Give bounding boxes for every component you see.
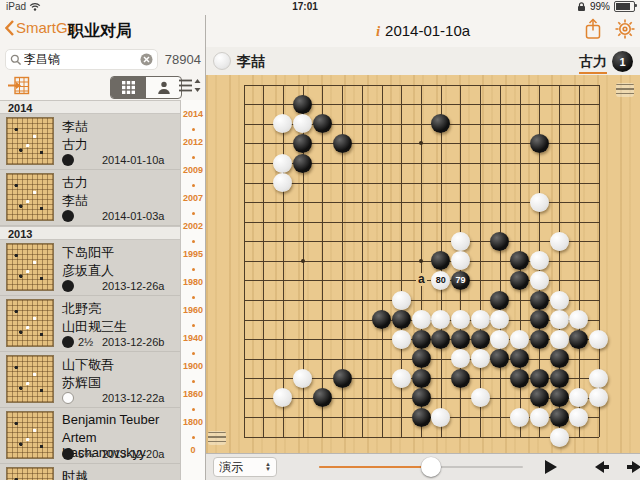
game-title: i 2014-01-10a <box>376 22 470 40</box>
playback-toolbar: 演示 ▲▼ <box>206 453 640 480</box>
back-label: SmartGo <box>16 19 76 36</box>
black-stone <box>412 349 431 368</box>
result-score: 2½ <box>78 336 102 348</box>
black-stone <box>333 134 352 153</box>
year-rail-label[interactable]: 1900 <box>183 360 203 374</box>
goto-board-icon[interactable] <box>8 76 30 95</box>
year-rail-dot <box>192 122 195 136</box>
year-rail-label[interactable]: 1995 <box>183 248 203 262</box>
white-stone <box>431 408 450 427</box>
wifi-icon <box>29 2 41 11</box>
white-stone <box>273 388 292 407</box>
white-stone <box>451 232 470 251</box>
black-stone <box>490 349 509 368</box>
year-rail-label[interactable]: 2012 <box>183 136 203 150</box>
black-stone <box>313 388 332 407</box>
board-label-a: a <box>416 273 427 286</box>
device-label: iPad <box>6 1 26 12</box>
white-stone <box>273 114 292 133</box>
sidebar-nav: SmartGo 职业对局 <box>0 15 205 47</box>
result-dot-black <box>62 336 74 348</box>
black-stone <box>530 134 549 153</box>
white-stone <box>569 408 588 427</box>
white-stone <box>451 251 470 270</box>
year-rail-label[interactable]: 2014 <box>183 108 203 122</box>
result-line: 2013-12-26a <box>62 280 164 292</box>
result-line: 2013-12-22a <box>62 392 164 404</box>
white-stone <box>412 310 431 329</box>
result-line: 5¾2013-12-20a <box>62 448 164 460</box>
main-nav: i 2014-01-10a <box>206 15 640 47</box>
game-thumbnail <box>6 117 54 165</box>
player1-name: 下岛阳平 <box>62 244 114 262</box>
white-stone <box>293 369 312 388</box>
play-button[interactable] <box>545 460 557 474</box>
game-list-item[interactable]: 北野亮山田规三生2½2013-12-26b <box>0 296 180 352</box>
player2-name: 李喆 <box>62 192 88 210</box>
year-rail-label[interactable]: 1960 <box>183 304 203 318</box>
gear-icon[interactable] <box>614 18 636 40</box>
white-stone <box>589 330 608 349</box>
result-dot-black <box>62 448 74 460</box>
game-list-item[interactable]: 时越李钦诚 <box>0 464 180 480</box>
clear-search-icon[interactable] <box>140 53 153 66</box>
white-stone <box>471 349 490 368</box>
black-stone <box>530 388 549 407</box>
sidebar-title: 职业对局 <box>68 21 132 42</box>
white-stone <box>550 330 569 349</box>
game-list: 2014李喆古力2014-01-10a古力李喆2014-01-03a2013下岛… <box>0 100 180 480</box>
white-stone <box>530 193 549 212</box>
result-count: 78904 <box>165 52 201 67</box>
year-rail-dot <box>192 234 195 248</box>
game-date: 2014-01-10a <box>102 154 164 166</box>
black-stone <box>412 388 431 407</box>
white-stone <box>392 369 411 388</box>
year-rail-dot <box>192 402 195 416</box>
result-dot-black <box>62 280 74 292</box>
year-rail-dot <box>192 150 195 164</box>
grid-line-horizontal <box>244 241 599 242</box>
share-icon[interactable] <box>584 18 602 40</box>
black-stone <box>451 369 470 388</box>
player2-name: 山田规三生 <box>62 318 127 336</box>
player2-name: 古力 <box>62 136 88 154</box>
black-stone <box>333 369 352 388</box>
white-stone <box>431 310 450 329</box>
game-list-item[interactable]: 李喆古力2014-01-10a <box>0 114 180 170</box>
black-stone <box>412 369 431 388</box>
year-rail-label[interactable]: 2009 <box>183 164 203 178</box>
white-stone <box>471 310 490 329</box>
game-list-area: 2014李喆古力2014-01-10a古力李喆2014-01-03a2013下岛… <box>0 100 205 480</box>
white-stone <box>589 388 608 407</box>
year-rail-dot <box>192 346 195 360</box>
white-stone <box>530 408 549 427</box>
white-stone <box>451 349 470 368</box>
game-thumbnail <box>6 299 54 347</box>
board-corner-grip-bottom[interactable] <box>208 431 226 445</box>
game-date: 2013-12-20a <box>102 448 164 460</box>
black-stone-move-79: 79 <box>451 271 470 290</box>
black-stone <box>530 330 549 349</box>
game-list-item[interactable]: 山下敬吾苏辉国2013-12-22a <box>0 352 180 408</box>
step-back-button[interactable] <box>595 461 609 473</box>
white-stone <box>293 114 312 133</box>
result-line: 2014-01-03a <box>62 210 164 222</box>
grid-icon <box>122 81 135 94</box>
game-list-item[interactable]: 下岛阳平彦坂直人2013-12-26a <box>0 240 180 296</box>
goban[interactable]: 8079a <box>206 75 640 453</box>
white-stone-icon <box>213 52 231 70</box>
grid-line-horizontal <box>244 183 599 184</box>
battery-icon <box>614 1 635 12</box>
game-date: 2013-12-26a <box>102 280 164 292</box>
black-stone <box>530 310 549 329</box>
game-date: 2014-01-03a <box>102 210 164 222</box>
black-stone <box>530 291 549 310</box>
player-bar: 李喆 古力 1 <box>206 47 640 75</box>
search-input[interactable] <box>22 52 140 68</box>
star-point <box>419 141 423 145</box>
player1-name: 北野亮 <box>62 300 101 318</box>
white-stone <box>451 310 470 329</box>
star-point <box>419 259 423 263</box>
black-stone <box>550 388 569 407</box>
black-stone <box>569 330 588 349</box>
white-stone <box>569 310 588 329</box>
player2-name: 苏辉国 <box>62 374 101 392</box>
year-rail-dot <box>192 262 195 276</box>
black-stone <box>510 369 529 388</box>
black-stone <box>293 134 312 153</box>
info-icon[interactable]: i <box>376 23 380 40</box>
section-header: 2013 <box>0 226 180 240</box>
black-stone <box>412 408 431 427</box>
board-corner-grip-top[interactable] <box>616 83 634 97</box>
search-row: 78904 <box>0 47 205 75</box>
result-dot-black <box>62 210 74 222</box>
white-stone <box>530 251 549 270</box>
year-rail-dot <box>192 206 195 220</box>
white-stone-move-80: 80 <box>431 271 450 290</box>
game-list-item[interactable]: Benjamin TeuberArtem Kachanovskyy5¾2013-… <box>0 408 180 464</box>
mode-label: 演示 <box>219 459 243 476</box>
grid-line-horizontal <box>244 85 599 86</box>
year-rail-label[interactable]: 1940 <box>183 332 203 346</box>
smartgo-app: iPad 17:01 99% <box>0 0 640 480</box>
result-dot-black <box>62 154 74 166</box>
player1-name: Benjamin Teuber <box>62 412 159 427</box>
clock: 17:01 <box>292 1 318 12</box>
black-stone <box>293 154 312 173</box>
black-stone <box>550 369 569 388</box>
black-stone <box>431 330 450 349</box>
year-rail-dot <box>192 374 195 388</box>
result-dot-white <box>62 392 74 404</box>
step-forward-button[interactable] <box>627 461 640 473</box>
black-stone <box>392 310 411 329</box>
back-button[interactable]: SmartGo <box>5 19 76 36</box>
player2-name: 彦坂直人 <box>62 262 114 280</box>
black-stone <box>372 310 391 329</box>
black-stone <box>431 251 450 270</box>
game-thumbnail <box>6 411 54 459</box>
sort-icon[interactable] <box>179 78 201 93</box>
rotation-lock-icon <box>577 2 586 12</box>
year-rail-label[interactable]: 0 <box>190 444 195 458</box>
year-rail-label[interactable]: 1800 <box>183 416 203 430</box>
player1-name: 山下敬吾 <box>62 356 114 374</box>
status-bar: iPad 17:01 99% <box>0 0 640 15</box>
grid-line-horizontal <box>244 222 599 223</box>
player1-name: 古力 <box>62 174 88 192</box>
black-stone <box>412 330 431 349</box>
year-rail-dot <box>192 290 195 304</box>
white-stone <box>550 310 569 329</box>
game-thumbnail <box>6 243 54 291</box>
game-title-text: 2014-01-10a <box>385 22 470 39</box>
year-rail-label[interactable]: 2007 <box>183 192 203 206</box>
search-field[interactable] <box>5 49 158 70</box>
game-thumbnail <box>6 173 54 221</box>
black-stone <box>490 232 509 251</box>
sidebar: SmartGo 职业对局 <box>0 15 205 480</box>
white-stone <box>471 388 490 407</box>
player1-name: 时越 <box>62 468 88 480</box>
white-stone <box>490 330 509 349</box>
white-stone <box>550 232 569 251</box>
game-thumbnail <box>6 355 54 403</box>
move-slider[interactable] <box>319 466 523 468</box>
result-score: 5¾ <box>78 448 102 460</box>
segment-player-view[interactable] <box>146 77 181 98</box>
segment-board-view[interactable] <box>111 77 146 98</box>
star-point <box>301 259 305 263</box>
main-panel: i 2014-01-10a <box>205 15 640 480</box>
year-rail-label[interactable]: 2002 <box>183 220 203 234</box>
white-stone <box>273 154 292 173</box>
black-stone <box>490 291 509 310</box>
year-rail-label[interactable]: 1980 <box>183 276 203 290</box>
white-stone <box>589 369 608 388</box>
filter-row <box>0 75 205 100</box>
white-stone <box>490 310 509 329</box>
black-stone <box>530 369 549 388</box>
player-black-name: 古力 <box>579 53 607 74</box>
mode-dropdown[interactable]: 演示 ▲▼ <box>213 457 277 477</box>
year-rail-dot <box>192 318 195 332</box>
game-thumbnail <box>6 467 54 480</box>
white-stone <box>510 408 529 427</box>
result-line: 2½2013-12-26b <box>62 336 164 348</box>
black-stone <box>293 95 312 114</box>
white-stone <box>569 388 588 407</box>
stepper-arrows-icon: ▲▼ <box>265 462 271 472</box>
player-white-name: 李喆 <box>237 53 265 71</box>
back-chevron-icon <box>5 20 14 36</box>
result-line: 2014-01-10a <box>62 154 164 166</box>
view-segmented-control <box>110 76 182 99</box>
white-stone <box>510 330 529 349</box>
game-date: 2013-12-22a <box>102 392 164 404</box>
black-stone <box>510 251 529 270</box>
white-stone <box>550 291 569 310</box>
white-stone <box>392 291 411 310</box>
game-list-item[interactable]: 古力李喆2014-01-03a <box>0 170 180 226</box>
section-header: 2014 <box>0 100 180 114</box>
black-stone <box>431 114 450 133</box>
black-stone <box>550 408 569 427</box>
game-date: 2013-12-26b <box>102 336 164 348</box>
year-rail-label[interactable]: 1860 <box>183 388 203 402</box>
battery-percent: 99% <box>590 1 610 12</box>
white-stone <box>392 330 411 349</box>
year-rail-dot <box>192 178 195 192</box>
capture-count-badge: 1 <box>612 51 633 72</box>
black-stone <box>550 349 569 368</box>
player1-name: 李喆 <box>62 118 88 136</box>
black-stone <box>510 349 529 368</box>
black-stone <box>451 330 470 349</box>
white-stone <box>530 271 549 290</box>
grid-line-horizontal <box>244 437 599 438</box>
person-icon <box>157 81 171 94</box>
black-stone <box>510 271 529 290</box>
black-stone <box>471 330 490 349</box>
white-stone <box>550 428 569 447</box>
black-stone <box>313 114 332 133</box>
white-stone <box>273 173 292 192</box>
slider-knob[interactable] <box>421 457 441 477</box>
search-icon <box>10 54 22 66</box>
year-rail-dot <box>192 430 195 444</box>
year-scrubber[interactable]: 2014201220092007200219951980196019401900… <box>180 100 205 480</box>
